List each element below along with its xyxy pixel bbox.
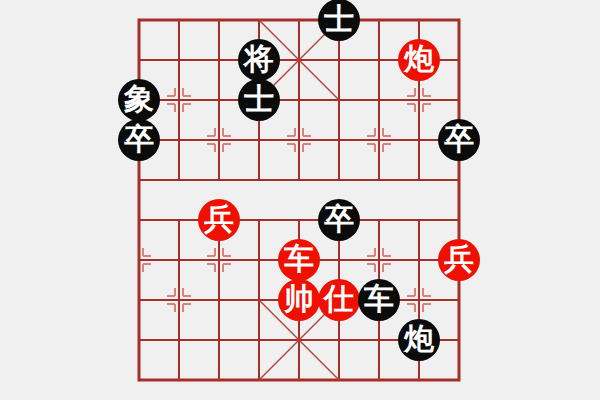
piece-glyph: 卒	[324, 204, 354, 234]
piece-glyph: 车	[284, 244, 314, 274]
piece-red-soldier[interactable]: 兵	[438, 239, 480, 281]
piece-glyph: 兵	[204, 204, 234, 234]
xiangqi-board[interactable]: 士将炮象士卒卒兵卒车兵帅仕车炮	[119, 0, 479, 400]
piece-black-cannon[interactable]: 炮	[398, 319, 440, 361]
piece-red-soldier[interactable]: 兵	[198, 199, 240, 241]
piece-glyph: 车	[364, 284, 394, 314]
piece-black-elephant[interactable]: 象	[118, 79, 160, 121]
piece-glyph: 炮	[404, 324, 434, 354]
piece-glyph: 卒	[444, 124, 474, 154]
piece-black-advisor[interactable]: 士	[318, 0, 360, 41]
piece-black-soldier[interactable]: 卒	[318, 199, 360, 241]
piece-glyph: 仕	[324, 284, 354, 314]
piece-black-soldier[interactable]: 卒	[118, 119, 160, 161]
piece-glyph: 卒	[124, 124, 154, 154]
piece-red-advisor[interactable]: 仕	[318, 279, 360, 321]
piece-black-chariot[interactable]: 车	[358, 279, 400, 321]
piece-black-general[interactable]: 将	[238, 39, 280, 81]
piece-black-advisor[interactable]: 士	[238, 79, 280, 121]
piece-red-general[interactable]: 帅	[278, 279, 320, 321]
piece-glyph: 士	[244, 84, 274, 114]
piece-glyph: 象	[124, 84, 154, 114]
piece-red-chariot[interactable]: 车	[278, 239, 320, 281]
piece-glyph: 士	[324, 4, 354, 34]
xiangqi-app: 士将炮象士卒卒兵卒车兵帅仕车炮	[0, 0, 600, 400]
piece-glyph: 将	[244, 44, 274, 74]
piece-black-soldier[interactable]: 卒	[438, 119, 480, 161]
piece-red-cannon[interactable]: 炮	[398, 39, 440, 81]
piece-glyph: 帅	[284, 284, 314, 314]
piece-glyph: 炮	[404, 44, 434, 74]
piece-glyph: 兵	[444, 244, 474, 274]
